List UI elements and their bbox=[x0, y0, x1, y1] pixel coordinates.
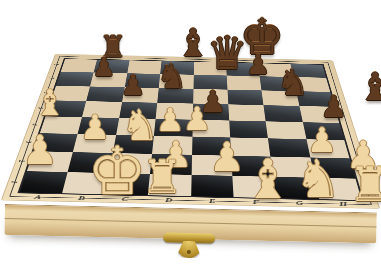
square-f3 bbox=[230, 137, 271, 156]
square-b5 bbox=[82, 101, 122, 118]
square-f6 bbox=[227, 90, 263, 106]
square-f5 bbox=[228, 104, 266, 121]
square-g8 bbox=[258, 63, 293, 77]
square-f7 bbox=[227, 76, 262, 91]
clasp-keyhole bbox=[187, 250, 191, 254]
square-b6 bbox=[86, 86, 124, 102]
square-f2 bbox=[231, 156, 273, 177]
square-h5 bbox=[299, 106, 339, 123]
square-d6 bbox=[157, 88, 193, 104]
rank-label-3: 3 bbox=[8, 139, 49, 145]
square-b2 bbox=[68, 152, 113, 173]
square-h3 bbox=[306, 139, 349, 158]
square-h4 bbox=[303, 122, 345, 140]
file-label-d: D bbox=[147, 196, 191, 204]
square-g2 bbox=[271, 157, 315, 178]
file-label-f: F bbox=[234, 198, 278, 206]
square-b1 bbox=[62, 172, 109, 194]
square-c2 bbox=[109, 153, 152, 174]
file-label-a: A bbox=[15, 193, 61, 201]
square-b4 bbox=[78, 117, 119, 135]
square-h6 bbox=[296, 91, 335, 107]
square-c3 bbox=[113, 135, 154, 154]
rank-label-8: 8 bbox=[39, 62, 73, 67]
brass-clasp-icon bbox=[163, 230, 216, 261]
chess-board-grid bbox=[17, 58, 364, 201]
square-d4 bbox=[154, 119, 192, 137]
square-d3 bbox=[152, 136, 192, 155]
square-f8 bbox=[226, 63, 260, 77]
square-h2 bbox=[310, 158, 355, 179]
file-label-b: B bbox=[59, 194, 104, 202]
square-d2 bbox=[150, 154, 192, 175]
square-c4 bbox=[116, 118, 156, 136]
square-e7 bbox=[193, 75, 227, 90]
square-d7 bbox=[159, 74, 194, 89]
rank-label-1: 1 bbox=[0, 178, 37, 185]
file-label-e: E bbox=[191, 197, 235, 205]
square-e2 bbox=[191, 155, 232, 176]
square-g7 bbox=[260, 76, 296, 91]
folding-wooden-board: ABCDEFGH 87654321 bbox=[2, 54, 379, 208]
square-g1 bbox=[273, 177, 319, 199]
square-d1 bbox=[148, 174, 191, 196]
square-c1 bbox=[105, 173, 150, 195]
square-c6 bbox=[122, 87, 159, 103]
square-b7 bbox=[90, 73, 127, 88]
square-e1 bbox=[191, 175, 234, 197]
rank-label-6: 6 bbox=[28, 90, 65, 95]
square-g4 bbox=[266, 121, 306, 139]
square-h7 bbox=[293, 77, 330, 92]
file-label-h: H bbox=[321, 200, 366, 208]
square-d5 bbox=[156, 103, 193, 120]
square-f1 bbox=[232, 176, 276, 198]
square-e3 bbox=[192, 137, 231, 156]
square-c7 bbox=[125, 73, 161, 88]
rank-label-7: 7 bbox=[34, 76, 70, 81]
square-c5 bbox=[119, 102, 157, 119]
square-b3 bbox=[73, 134, 116, 153]
square-g6 bbox=[262, 90, 299, 106]
square-e6 bbox=[193, 89, 228, 105]
square-g5 bbox=[264, 105, 303, 122]
square-e8 bbox=[193, 62, 226, 76]
file-label-c: C bbox=[103, 195, 148, 203]
square-h8 bbox=[290, 64, 326, 78]
square-b8 bbox=[94, 60, 130, 74]
square-d8 bbox=[160, 61, 193, 75]
square-f4 bbox=[229, 120, 268, 138]
product-photo-stage: ABCDEFGH 87654321 ♜♟♟♞♝♛♚♟♟♞♝♟♝♟♟♞♚♜♟♟♟♟… bbox=[0, 0, 381, 268]
rank-label-2: 2 bbox=[1, 158, 44, 165]
file-label-g: G bbox=[277, 199, 322, 207]
square-g3 bbox=[268, 138, 310, 157]
square-c8 bbox=[127, 60, 162, 74]
square-e4 bbox=[192, 119, 230, 137]
square-e5 bbox=[192, 104, 229, 121]
rank-label-4: 4 bbox=[16, 121, 56, 127]
rank-label-5: 5 bbox=[22, 105, 60, 111]
square-h1 bbox=[314, 178, 361, 201]
